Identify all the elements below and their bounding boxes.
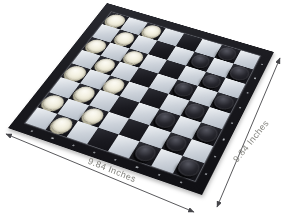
frame-mark	[253, 77, 256, 79]
frame-mark	[230, 122, 233, 124]
product-photo: 9.84 Inches 9.84 Inches	[0, 0, 285, 222]
frame-mark	[222, 138, 225, 140]
frame-mark	[204, 173, 207, 176]
frame-mark	[157, 173, 160, 176]
frame-mark	[213, 155, 216, 157]
black-checker-piece	[175, 157, 203, 179]
frame-mark	[93, 151, 96, 153]
frame-mark	[31, 130, 34, 132]
frame-mark	[136, 166, 139, 168]
playing-area	[26, 12, 260, 181]
frame-mark	[180, 181, 183, 184]
frame-mark	[238, 107, 241, 109]
checkers-board	[8, 3, 274, 195]
frame-mark	[114, 158, 117, 160]
frame-mark	[246, 92, 249, 94]
frame-mark	[72, 144, 75, 146]
frame-mark	[51, 137, 54, 139]
frame-mark	[261, 63, 264, 65]
